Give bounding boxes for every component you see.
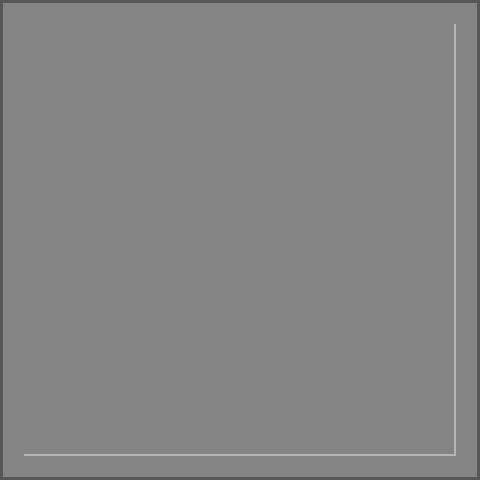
file-labels — [22, 454, 454, 480]
rank-labels — [0, 22, 22, 454]
board-frame — [0, 0, 480, 480]
chess-board — [22, 22, 454, 454]
